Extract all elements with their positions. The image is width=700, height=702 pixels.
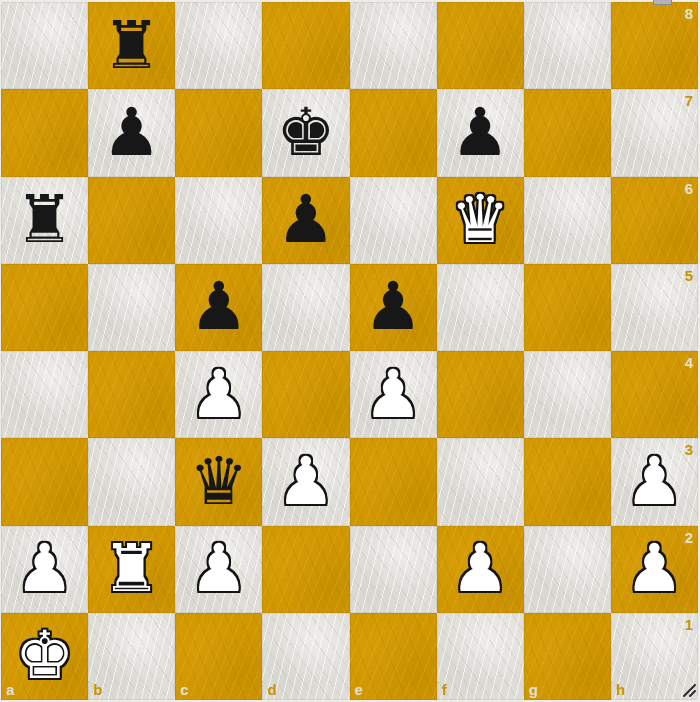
- black-rook-a6[interactable]: ♜: [15, 187, 74, 253]
- black-pawn-c5[interactable]: ♟: [189, 274, 248, 340]
- square-e3[interactable]: [350, 438, 437, 525]
- square-g1[interactable]: g: [524, 613, 611, 700]
- square-a8[interactable]: [1, 2, 88, 89]
- square-h3[interactable]: ♟3: [611, 438, 698, 525]
- white-pawn-d3[interactable]: ♟: [276, 449, 335, 515]
- rank-label-3: 3: [685, 442, 693, 457]
- file-label-c: c: [180, 682, 188, 697]
- square-a3[interactable]: [1, 438, 88, 525]
- white-king-a1[interactable]: ♚: [15, 623, 74, 689]
- square-f4[interactable]: [437, 351, 524, 438]
- square-a2[interactable]: ♟: [1, 526, 88, 613]
- square-b5[interactable]: [88, 264, 175, 351]
- square-f7[interactable]: ♟: [437, 89, 524, 176]
- square-c2[interactable]: ♟: [175, 526, 262, 613]
- square-d5[interactable]: [262, 264, 349, 351]
- square-b7[interactable]: ♟: [88, 89, 175, 176]
- square-c5[interactable]: ♟: [175, 264, 262, 351]
- square-e6[interactable]: [350, 177, 437, 264]
- square-f1[interactable]: f: [437, 613, 524, 700]
- square-a1[interactable]: ♚a: [1, 613, 88, 700]
- square-e8[interactable]: [350, 2, 437, 89]
- white-rook-b2[interactable]: ♜: [102, 536, 161, 602]
- square-g7[interactable]: [524, 89, 611, 176]
- square-d6[interactable]: ♟: [262, 177, 349, 264]
- square-h7[interactable]: 7: [611, 89, 698, 176]
- white-pawn-c4[interactable]: ♟: [189, 362, 248, 428]
- square-f6[interactable]: ♛: [437, 177, 524, 264]
- square-g2[interactable]: [524, 526, 611, 613]
- square-d7[interactable]: ♚: [262, 89, 349, 176]
- square-f8[interactable]: [437, 2, 524, 89]
- rank-label-5: 5: [685, 268, 693, 283]
- square-h4[interactable]: 4: [611, 351, 698, 438]
- square-e1[interactable]: e: [350, 613, 437, 700]
- white-pawn-c2[interactable]: ♟: [189, 536, 248, 602]
- chess-board: ♜8♟♚♟7♜♟♛6♟♟5♟♟4♛♟♟3♟♜♟♟♟2♚abcdefg1h: [1, 2, 698, 700]
- square-c8[interactable]: [175, 2, 262, 89]
- file-label-f: f: [442, 682, 447, 697]
- square-c4[interactable]: ♟: [175, 351, 262, 438]
- black-pawn-e5[interactable]: ♟: [363, 274, 422, 340]
- black-pawn-f7[interactable]: ♟: [451, 100, 510, 166]
- white-pawn-a2[interactable]: ♟: [15, 536, 74, 602]
- file-label-e: e: [355, 682, 363, 697]
- square-b2[interactable]: ♜: [88, 526, 175, 613]
- rank-label-8: 8: [685, 6, 693, 21]
- black-pawn-b7[interactable]: ♟: [102, 100, 161, 166]
- square-g5[interactable]: [524, 264, 611, 351]
- square-b1[interactable]: b: [88, 613, 175, 700]
- rank-label-1: 1: [685, 617, 693, 632]
- square-g6[interactable]: [524, 177, 611, 264]
- square-a4[interactable]: [1, 351, 88, 438]
- square-d2[interactable]: [262, 526, 349, 613]
- white-pawn-h2[interactable]: ♟: [625, 536, 684, 602]
- square-a5[interactable]: [1, 264, 88, 351]
- square-d8[interactable]: [262, 2, 349, 89]
- black-queen-c3[interactable]: ♛: [189, 449, 248, 515]
- square-c7[interactable]: [175, 89, 262, 176]
- square-b4[interactable]: [88, 351, 175, 438]
- square-e2[interactable]: [350, 526, 437, 613]
- square-g4[interactable]: [524, 351, 611, 438]
- square-d1[interactable]: d: [262, 613, 349, 700]
- square-d3[interactable]: ♟: [262, 438, 349, 525]
- square-c1[interactable]: c: [175, 613, 262, 700]
- square-h8[interactable]: 8: [611, 2, 698, 89]
- white-pawn-e4[interactable]: ♟: [363, 362, 422, 428]
- square-c6[interactable]: [175, 177, 262, 264]
- square-h5[interactable]: 5: [611, 264, 698, 351]
- white-queen-f6[interactable]: ♛: [451, 187, 510, 253]
- square-d4[interactable]: [262, 351, 349, 438]
- square-e7[interactable]: [350, 89, 437, 176]
- scrollbar-tab[interactable]: [653, 0, 672, 5]
- white-pawn-h3[interactable]: ♟: [625, 449, 684, 515]
- rank-label-2: 2: [685, 530, 693, 545]
- white-pawn-f2[interactable]: ♟: [451, 536, 510, 602]
- file-label-a: a: [6, 682, 14, 697]
- square-b3[interactable]: [88, 438, 175, 525]
- square-h2[interactable]: ♟2: [611, 526, 698, 613]
- square-a6[interactable]: ♜: [1, 177, 88, 264]
- square-f5[interactable]: [437, 264, 524, 351]
- square-b8[interactable]: ♜: [88, 2, 175, 89]
- resize-handle-icon[interactable]: [680, 681, 697, 698]
- rank-label-7: 7: [685, 93, 693, 108]
- square-h6[interactable]: 6: [611, 177, 698, 264]
- square-b6[interactable]: [88, 177, 175, 264]
- rank-label-6: 6: [685, 181, 693, 196]
- file-label-b: b: [93, 682, 102, 697]
- square-g8[interactable]: [524, 2, 611, 89]
- square-e5[interactable]: ♟: [350, 264, 437, 351]
- black-rook-b8[interactable]: ♜: [102, 13, 161, 79]
- black-king-d7[interactable]: ♚: [276, 100, 335, 166]
- file-label-g: g: [529, 682, 538, 697]
- square-e4[interactable]: ♟: [350, 351, 437, 438]
- square-c3[interactable]: ♛: [175, 438, 262, 525]
- square-f3[interactable]: [437, 438, 524, 525]
- black-pawn-d6[interactable]: ♟: [276, 187, 335, 253]
- file-label-d: d: [267, 682, 276, 697]
- square-f2[interactable]: ♟: [437, 526, 524, 613]
- rank-label-4: 4: [685, 355, 693, 370]
- square-a7[interactable]: [1, 89, 88, 176]
- file-label-h: h: [616, 682, 625, 697]
- square-g3[interactable]: [524, 438, 611, 525]
